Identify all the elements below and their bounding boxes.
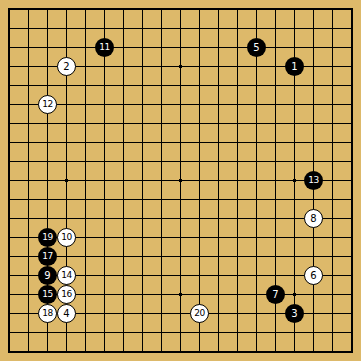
go-board: 1234567891011121314151617181920 (0, 0, 361, 361)
star-point (179, 65, 182, 68)
stone-black-f17: 11 (95, 38, 114, 57)
stone-white-c3: 18 (38, 304, 57, 323)
star-point (179, 293, 182, 296)
stone-black-c4: 15 (38, 285, 57, 304)
star-point (293, 293, 296, 296)
stone-black-r10: 13 (304, 171, 323, 190)
stone-black-c5: 9 (38, 266, 57, 285)
stone-black-o17: 5 (247, 38, 266, 57)
stone-black-q16: 1 (285, 57, 304, 76)
stone-white-d7: 10 (57, 228, 76, 247)
stone-white-d3: 4 (57, 304, 76, 323)
stone-white-l3: 20 (190, 304, 209, 323)
board-grid: 1234567891011121314151617181920 (0, 0, 361, 361)
stone-white-d16: 2 (57, 57, 76, 76)
star-point (179, 179, 182, 182)
stone-black-c7: 19 (38, 228, 57, 247)
stone-white-d4: 16 (57, 285, 76, 304)
star-point (293, 179, 296, 182)
star-point (65, 179, 68, 182)
stone-black-p4: 7 (266, 285, 285, 304)
stone-white-r5: 6 (304, 266, 323, 285)
stone-black-q3: 3 (285, 304, 304, 323)
stone-white-d5: 14 (57, 266, 76, 285)
stone-white-c14: 12 (38, 95, 57, 114)
stone-black-c6: 17 (38, 247, 57, 266)
stone-white-r8: 8 (304, 209, 323, 228)
